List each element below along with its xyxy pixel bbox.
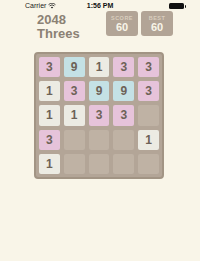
tile-1: 1 (138, 130, 159, 150)
score-value: 60 (116, 22, 128, 33)
score-label: SCORE (111, 15, 133, 21)
tile-3: 3 (39, 130, 60, 150)
battery-icon (169, 3, 184, 9)
tile-3: 3 (113, 105, 134, 125)
empty-cell (64, 154, 85, 174)
empty-cell (138, 105, 159, 125)
empty-cell (113, 154, 134, 174)
score-box: SCORE 60 (106, 11, 138, 36)
title-line-1: 2048 (37, 13, 80, 27)
best-label: BEST (149, 15, 166, 21)
tile-1: 1 (64, 105, 85, 125)
board[interactable]: 39133139931133311 (34, 52, 164, 179)
empty-cell (138, 154, 159, 174)
score-panel: SCORE 60 BEST 60 (106, 11, 173, 36)
tile-3: 3 (39, 57, 60, 77)
tile-1: 1 (39, 105, 60, 125)
tile-9: 9 (113, 81, 134, 101)
empty-cell (64, 130, 85, 150)
tile-1: 1 (89, 57, 110, 77)
tile-9: 9 (64, 57, 85, 77)
best-box: BEST 60 (141, 11, 173, 36)
page-title: 2048 Threes (37, 13, 80, 40)
tile-1: 1 (39, 81, 60, 101)
best-value: 60 (151, 22, 163, 33)
tile-3: 3 (64, 81, 85, 101)
empty-cell (89, 130, 110, 150)
tile-1: 1 (39, 154, 60, 174)
empty-cell (113, 130, 134, 150)
tile-3: 3 (113, 57, 134, 77)
title-line-2: Threes (37, 27, 80, 41)
tile-3: 3 (138, 81, 159, 101)
tile-3: 3 (89, 105, 110, 125)
tile-9: 9 (89, 81, 110, 101)
tile-3: 3 (138, 57, 159, 77)
empty-cell (89, 154, 110, 174)
